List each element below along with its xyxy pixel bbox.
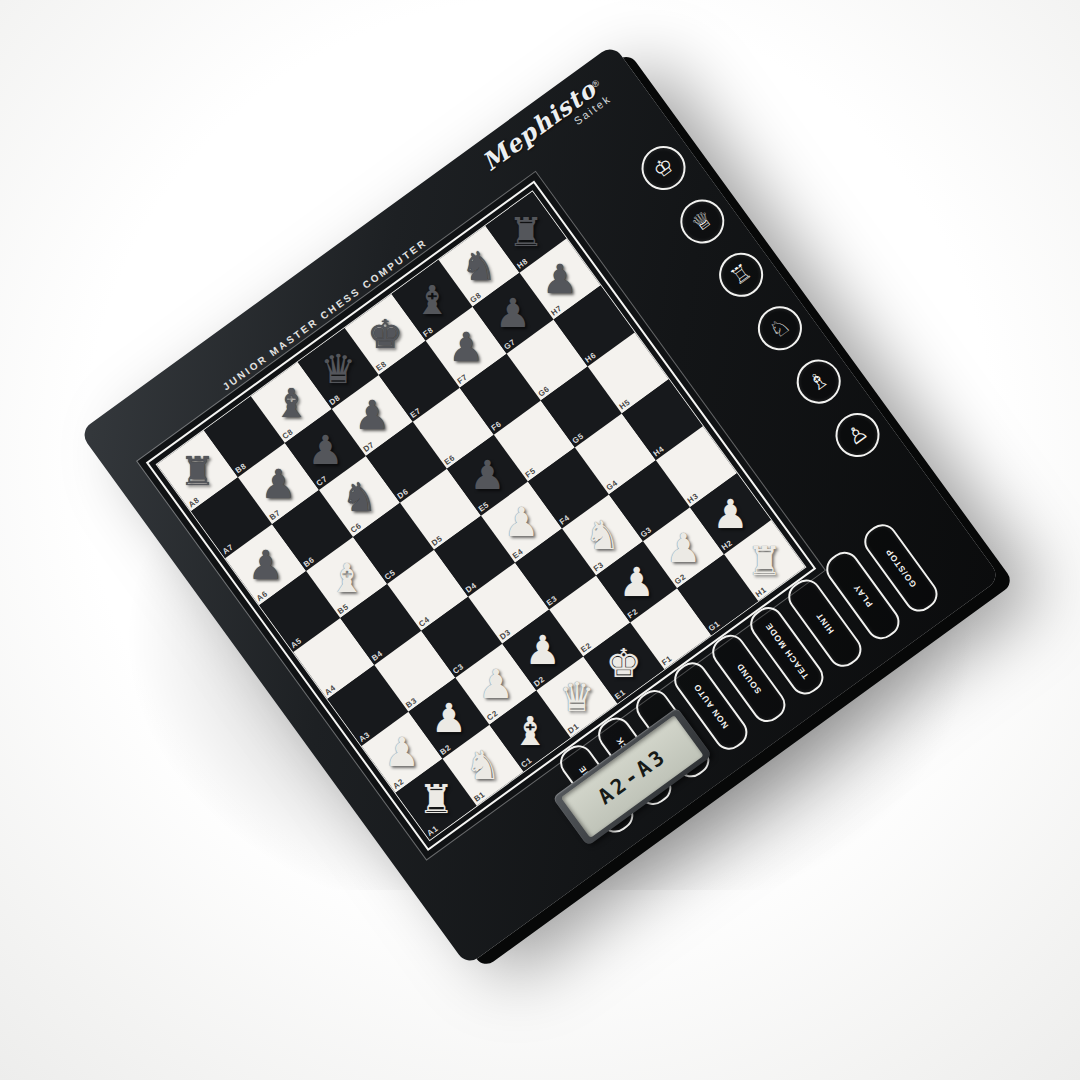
square-label: E1 [614, 689, 627, 702]
queen-button[interactable]: ♕ [672, 191, 733, 252]
brand-name: Mephisto [477, 74, 602, 176]
white-pawn[interactable]: ♟ [478, 664, 514, 704]
brand-logo: Mephisto® Saitek [477, 71, 614, 185]
black-pawn[interactable]: ♟ [448, 327, 484, 367]
black-pawn[interactable]: ♟ [248, 545, 284, 585]
white-pawn[interactable]: ♟ [384, 732, 420, 772]
black-pawn[interactable]: ♟ [354, 395, 390, 435]
white-rook[interactable]: ♜ [747, 541, 783, 581]
white-pawn[interactable]: ♟ [666, 528, 702, 568]
bishop-button[interactable]: ♗ [788, 351, 849, 412]
square-label: G1 [708, 620, 722, 633]
white-pawn[interactable]: ♟ [619, 562, 655, 602]
black-bishop[interactable]: ♝ [414, 280, 450, 320]
white-pawn[interactable]: ♟ [525, 630, 561, 670]
black-rook[interactable]: ♜ [180, 451, 216, 491]
square-label: C1 [520, 757, 534, 770]
button-label: GO/STOP [883, 547, 918, 590]
black-bishop[interactable]: ♝ [273, 383, 309, 423]
rook-button[interactable]: ♖ [710, 244, 771, 305]
white-pawn[interactable]: ♟ [504, 502, 540, 542]
black-pawn[interactable]: ♟ [495, 293, 531, 333]
white-knight[interactable]: ♞ [465, 745, 501, 785]
square-label: D1 [567, 722, 581, 735]
white-bishop[interactable]: ♝ [512, 711, 548, 751]
button-label: HINT [814, 611, 836, 636]
black-pawn[interactable]: ♟ [307, 430, 343, 470]
white-pawn[interactable]: ♟ [431, 698, 467, 738]
pawn-button[interactable]: ♙ [827, 404, 888, 465]
button-label: NON AUTO [691, 682, 730, 731]
square-label: B1 [473, 791, 487, 804]
button-label: SOUND [734, 661, 763, 696]
square-label: H1 [754, 586, 768, 599]
black-pawn[interactable]: ♟ [542, 259, 578, 299]
white-queen[interactable]: ♛ [559, 677, 595, 717]
black-rook[interactable]: ♜ [508, 212, 544, 252]
button-label: TEACH MODE [763, 621, 811, 681]
black-knight[interactable]: ♞ [461, 246, 497, 286]
king-button[interactable]: ♔ [633, 137, 694, 198]
white-king[interactable]: ♚ [606, 643, 642, 683]
white-bishop[interactable]: ♝ [329, 557, 365, 597]
white-rook[interactable]: ♜ [418, 779, 454, 819]
white-pawn[interactable]: ♟ [713, 494, 749, 534]
square-label: A1 [426, 825, 440, 838]
white-knight[interactable]: ♞ [585, 515, 621, 555]
button-label: PLAY [851, 582, 874, 609]
black-pawn[interactable]: ♟ [261, 464, 297, 504]
black-queen[interactable]: ♛ [320, 349, 356, 389]
square-label: F1 [661, 655, 674, 668]
knight-button[interactable]: ♘ [749, 297, 810, 358]
black-king[interactable]: ♚ [367, 314, 403, 354]
black-knight[interactable]: ♞ [342, 476, 378, 516]
black-pawn[interactable]: ♟ [470, 455, 506, 495]
